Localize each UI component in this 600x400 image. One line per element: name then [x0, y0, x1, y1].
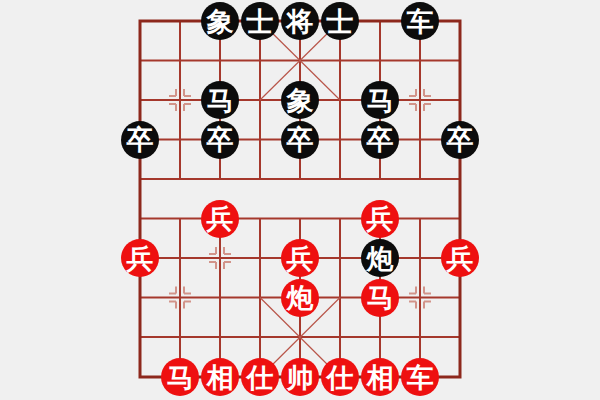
- piece-glyph: 仕: [327, 364, 354, 391]
- piece-glyph: 兵: [207, 205, 234, 232]
- piece-red-soldier[interactable]: 兵: [441, 239, 479, 277]
- piece-glyph: 象: [207, 8, 234, 35]
- piece-black-soldier[interactable]: 卒: [361, 121, 399, 159]
- piece-glyph: 象: [287, 87, 314, 114]
- piece-glyph: 卒: [127, 126, 154, 153]
- piece-glyph: 兵: [287, 245, 314, 272]
- piece-glyph: 卒: [447, 126, 474, 153]
- piece-black-elephant[interactable]: 象: [281, 81, 319, 119]
- piece-glyph: 炮: [367, 245, 394, 272]
- piece-red-horse[interactable]: 马: [361, 279, 399, 317]
- piece-black-general[interactable]: 将: [281, 2, 319, 40]
- piece-glyph: 车: [407, 364, 434, 391]
- piece-red-cannon[interactable]: 炮: [281, 279, 319, 317]
- piece-glyph: 车: [407, 8, 434, 35]
- piece-red-chariot[interactable]: 车: [401, 358, 439, 396]
- piece-red-advisor[interactable]: 仕: [241, 358, 279, 396]
- piece-red-elephant[interactable]: 相: [361, 358, 399, 396]
- piece-glyph: 马: [207, 87, 234, 114]
- piece-black-soldier[interactable]: 卒: [201, 121, 239, 159]
- piece-glyph: 帅: [287, 364, 314, 391]
- piece-red-general[interactable]: 帅: [281, 358, 319, 396]
- piece-red-advisor[interactable]: 仕: [321, 358, 359, 396]
- piece-glyph: 卒: [207, 126, 234, 153]
- xiangqi-pieces-layer: 象士将士车马象马卒卒卒卒卒炮兵兵兵兵兵炮马马相仕帅仕相车: [0, 0, 600, 400]
- piece-glyph: 士: [327, 8, 354, 35]
- piece-glyph: 仕: [247, 364, 274, 391]
- piece-black-chariot[interactable]: 车: [401, 2, 439, 40]
- piece-glyph: 卒: [367, 126, 394, 153]
- piece-glyph: 马: [367, 87, 394, 114]
- piece-black-horse[interactable]: 马: [201, 81, 239, 119]
- piece-glyph: 马: [367, 284, 394, 311]
- piece-glyph: 相: [367, 364, 394, 391]
- piece-red-soldier[interactable]: 兵: [121, 239, 159, 277]
- piece-black-advisor[interactable]: 士: [321, 2, 359, 40]
- piece-glyph: 相: [207, 364, 234, 391]
- piece-red-elephant[interactable]: 相: [201, 358, 239, 396]
- piece-glyph: 士: [247, 8, 274, 35]
- piece-black-elephant[interactable]: 象: [201, 2, 239, 40]
- piece-glyph: 兵: [447, 245, 474, 272]
- piece-black-soldier[interactable]: 卒: [281, 121, 319, 159]
- piece-black-soldier[interactable]: 卒: [441, 121, 479, 159]
- piece-glyph: 马: [167, 364, 194, 391]
- piece-glyph: 兵: [367, 205, 394, 232]
- piece-glyph: 卒: [287, 126, 314, 153]
- xiangqi-app: 象士将士车马象马卒卒卒卒卒炮兵兵兵兵兵炮马马相仕帅仕相车: [0, 0, 600, 400]
- piece-glyph: 兵: [127, 245, 154, 272]
- piece-red-soldier[interactable]: 兵: [201, 200, 239, 238]
- piece-glyph: 炮: [287, 284, 314, 311]
- piece-glyph: 将: [287, 8, 314, 35]
- piece-black-soldier[interactable]: 卒: [121, 121, 159, 159]
- piece-red-soldier[interactable]: 兵: [281, 239, 319, 277]
- piece-red-soldier[interactable]: 兵: [361, 200, 399, 238]
- piece-black-advisor[interactable]: 士: [241, 2, 279, 40]
- piece-red-horse[interactable]: 马: [161, 358, 199, 396]
- piece-black-horse[interactable]: 马: [361, 81, 399, 119]
- piece-black-cannon[interactable]: 炮: [361, 239, 399, 277]
